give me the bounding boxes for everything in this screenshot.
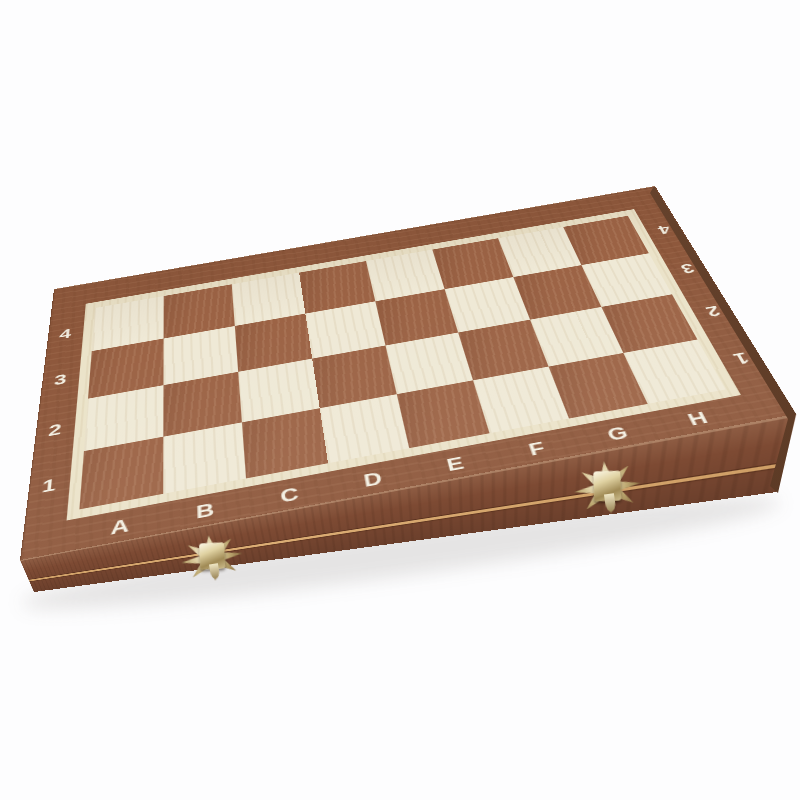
left-clasp	[178, 530, 246, 585]
rank-label-left-3: 3	[39, 353, 81, 407]
rank-label-left-1: 1	[25, 453, 72, 519]
right-clasp	[571, 457, 645, 519]
chess-box-photo: ABCDEFGH 4321 4321	[0, 0, 800, 800]
rank-label-left-4: 4	[45, 310, 85, 360]
rank-label-left-2: 2	[32, 401, 77, 461]
